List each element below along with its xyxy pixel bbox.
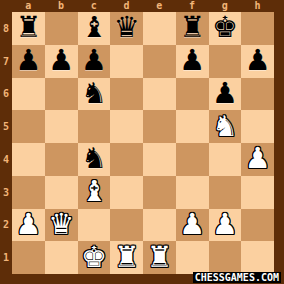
piece-black-rook-a8[interactable]: ♜ <box>15 11 41 43</box>
rank-label-7: 7 <box>0 45 12 78</box>
square-d6[interactable] <box>110 78 143 111</box>
square-b3[interactable] <box>45 176 78 209</box>
square-c2[interactable] <box>78 209 111 242</box>
piece-black-pawn-c7[interactable]: ♟ <box>81 44 107 76</box>
square-f7[interactable]: ♟ <box>176 45 209 78</box>
square-d1[interactable]: ♜ <box>110 241 143 274</box>
square-a4[interactable] <box>12 143 45 176</box>
square-h4[interactable]: ♟ <box>241 143 274 176</box>
piece-black-rook-f8[interactable]: ♜ <box>179 11 205 43</box>
square-g3[interactable] <box>209 176 242 209</box>
square-f3[interactable] <box>176 176 209 209</box>
square-a6[interactable] <box>12 78 45 111</box>
square-b1[interactable] <box>45 241 78 274</box>
piece-white-rook-e1[interactable]: ♜ <box>146 241 172 273</box>
piece-black-knight-c6[interactable]: ♞ <box>81 77 107 109</box>
square-c1[interactable]: ♚ <box>78 241 111 274</box>
square-a1[interactable] <box>12 241 45 274</box>
rank-label-5: 5 <box>0 110 12 143</box>
piece-black-knight-c4[interactable]: ♞ <box>81 142 107 174</box>
piece-black-king-g8[interactable]: ♚ <box>212 11 238 43</box>
square-g6[interactable]: ♟ <box>209 78 242 111</box>
square-f1[interactable] <box>176 241 209 274</box>
square-d5[interactable] <box>110 110 143 143</box>
piece-white-bishop-c3[interactable]: ♝ <box>81 175 107 207</box>
square-a2[interactable]: ♟ <box>12 209 45 242</box>
square-e6[interactable] <box>143 78 176 111</box>
square-b6[interactable] <box>45 78 78 111</box>
board: ♜♝♛♜♚♟♟♟♟♟♞♟♞♞♟♝♟♛♟♟♚♜♜ <box>12 12 274 274</box>
square-g5[interactable]: ♞ <box>209 110 242 143</box>
piece-white-pawn-a2[interactable]: ♟ <box>15 208 41 240</box>
square-a7[interactable]: ♟ <box>12 45 45 78</box>
rank-label-8: 8 <box>0 12 12 45</box>
rank-label-6: 6 <box>0 78 12 111</box>
square-b8[interactable] <box>45 12 78 45</box>
rank-label-1: 1 <box>0 241 12 274</box>
rank-labels: 87654321 <box>0 12 12 274</box>
file-label-h: h <box>241 0 274 12</box>
square-c3[interactable]: ♝ <box>78 176 111 209</box>
square-h8[interactable] <box>241 12 274 45</box>
square-b7[interactable]: ♟ <box>45 45 78 78</box>
square-g7[interactable] <box>209 45 242 78</box>
file-label-b: b <box>45 0 78 12</box>
square-e3[interactable] <box>143 176 176 209</box>
square-f5[interactable] <box>176 110 209 143</box>
piece-black-pawn-a7[interactable]: ♟ <box>15 44 41 76</box>
square-h3[interactable] <box>241 176 274 209</box>
square-f6[interactable] <box>176 78 209 111</box>
piece-white-rook-d1[interactable]: ♜ <box>114 241 140 273</box>
piece-black-pawn-b7[interactable]: ♟ <box>48 44 74 76</box>
square-b4[interactable] <box>45 143 78 176</box>
square-f4[interactable] <box>176 143 209 176</box>
piece-black-queen-d8[interactable]: ♛ <box>114 11 140 43</box>
square-c6[interactable]: ♞ <box>78 78 111 111</box>
piece-white-king-c1[interactable]: ♚ <box>81 241 107 273</box>
square-f8[interactable]: ♜ <box>176 12 209 45</box>
square-g4[interactable] <box>209 143 242 176</box>
piece-white-queen-b2[interactable]: ♛ <box>48 208 74 240</box>
square-a3[interactable] <box>12 176 45 209</box>
square-h2[interactable] <box>241 209 274 242</box>
square-d7[interactable] <box>110 45 143 78</box>
square-d4[interactable] <box>110 143 143 176</box>
square-g8[interactable]: ♚ <box>209 12 242 45</box>
piece-white-knight-g5[interactable]: ♞ <box>212 110 238 142</box>
square-g2[interactable]: ♟ <box>209 209 242 242</box>
square-g1[interactable] <box>209 241 242 274</box>
square-e5[interactable] <box>143 110 176 143</box>
square-b2[interactable]: ♛ <box>45 209 78 242</box>
square-h1[interactable] <box>241 241 274 274</box>
square-d2[interactable] <box>110 209 143 242</box>
piece-white-pawn-h4[interactable]: ♟ <box>245 142 271 174</box>
site-badge: CHESSGAMES.COM <box>193 272 281 283</box>
piece-white-pawn-g2[interactable]: ♟ <box>212 208 238 240</box>
square-h5[interactable] <box>241 110 274 143</box>
rank-label-2: 2 <box>0 209 12 242</box>
square-a8[interactable]: ♜ <box>12 12 45 45</box>
square-h7[interactable]: ♟ <box>241 45 274 78</box>
square-a5[interactable] <box>12 110 45 143</box>
square-c7[interactable]: ♟ <box>78 45 111 78</box>
square-c8[interactable]: ♝ <box>78 12 111 45</box>
piece-black-bishop-c8[interactable]: ♝ <box>81 11 107 43</box>
square-e4[interactable] <box>143 143 176 176</box>
square-h6[interactable] <box>241 78 274 111</box>
rank-label-3: 3 <box>0 176 12 209</box>
square-e8[interactable] <box>143 12 176 45</box>
piece-black-pawn-g6[interactable]: ♟ <box>212 77 238 109</box>
square-e1[interactable]: ♜ <box>143 241 176 274</box>
square-c4[interactable]: ♞ <box>78 143 111 176</box>
piece-black-pawn-f7[interactable]: ♟ <box>179 44 205 76</box>
square-d8[interactable]: ♛ <box>110 12 143 45</box>
file-label-e: e <box>143 0 176 12</box>
square-f2[interactable]: ♟ <box>176 209 209 242</box>
square-c5[interactable] <box>78 110 111 143</box>
piece-white-pawn-f2[interactable]: ♟ <box>179 208 205 240</box>
square-e7[interactable] <box>143 45 176 78</box>
square-b5[interactable] <box>45 110 78 143</box>
square-d3[interactable] <box>110 176 143 209</box>
piece-black-pawn-h7[interactable]: ♟ <box>245 44 271 76</box>
square-e2[interactable] <box>143 209 176 242</box>
chess-board-widget: abcdefgh 87654321 ♜♝♛♜♚♟♟♟♟♟♞♟♞♞♟♝♟♛♟♟♚♜… <box>0 0 284 284</box>
rank-label-4: 4 <box>0 143 12 176</box>
